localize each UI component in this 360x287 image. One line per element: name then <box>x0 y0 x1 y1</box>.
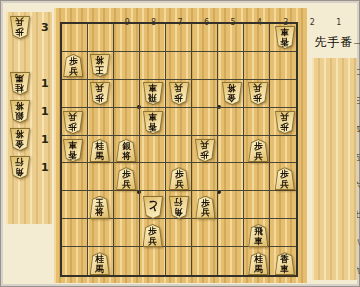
board-square[interactable] <box>218 247 244 275</box>
board-square[interactable] <box>140 136 166 164</box>
koma-kanji: 香車 <box>63 139 83 162</box>
koma-shape: 歩兵 <box>195 139 215 162</box>
board-square[interactable] <box>166 108 192 136</box>
board-square[interactable] <box>218 136 244 164</box>
koma-kanji: 歩兵 <box>195 139 215 162</box>
koma-kanji: 歩兵 <box>90 82 110 105</box>
board-square[interactable] <box>140 163 166 191</box>
koma-gote[interactable]: 歩兵 <box>63 111 83 134</box>
koma-kanji: 歩兵 <box>116 167 136 190</box>
koma-kanji: 歩兵 <box>63 54 83 77</box>
koma-kanji: 香車 <box>275 26 295 49</box>
koma-shape: 歩兵 <box>169 82 189 105</box>
koma-sente[interactable]: 飛車 <box>248 224 268 247</box>
board-square[interactable] <box>140 247 166 275</box>
koma-sente[interactable]: 歩兵 <box>116 167 136 190</box>
koma-shape: 歩兵 <box>195 196 215 219</box>
koma-shape: 飛車 <box>143 82 163 105</box>
board-square[interactable] <box>166 52 192 80</box>
board-square[interactable] <box>62 219 88 247</box>
board-square[interactable] <box>166 24 192 52</box>
koma-gote[interactable]: 飛車 <box>143 82 163 105</box>
koma-kanji: 歩兵 <box>10 16 30 39</box>
koma-kanji: 歩兵 <box>169 82 189 105</box>
koma-gote[interactable]: 歩兵 <box>195 139 215 162</box>
koma-sente[interactable]: 歩兵 <box>248 139 268 162</box>
koma-shape: 玉将 <box>90 196 110 219</box>
board-square[interactable] <box>192 80 218 108</box>
board-square[interactable] <box>114 219 140 247</box>
koma-kanji: 角行 <box>10 156 30 179</box>
koma-kanji: 歩兵 <box>248 139 268 162</box>
koma-shape: と <box>143 196 163 219</box>
board-square[interactable] <box>62 80 88 108</box>
koma-kanji: 歩兵 <box>248 82 268 105</box>
board-square[interactable] <box>270 52 296 80</box>
koma-kanji: と <box>143 196 163 219</box>
koma-shape: 銀将 <box>116 139 136 162</box>
koma-gote[interactable]: 銀将 <box>10 100 30 123</box>
koma-shape: 歩兵 <box>10 16 30 39</box>
board-square[interactable] <box>62 24 88 52</box>
koma-kanji: 王将 <box>90 54 110 77</box>
koma-shape: 歩兵 <box>90 82 110 105</box>
koma-kanji: 歩兵 <box>275 167 295 190</box>
board-square[interactable] <box>244 191 270 219</box>
board-square[interactable] <box>192 219 218 247</box>
koma-gote[interactable]: 香車 <box>143 111 163 134</box>
board-square[interactable] <box>218 108 244 136</box>
koma-shape: 金将 <box>222 82 242 105</box>
koma-shape: 歩兵 <box>275 111 295 134</box>
board-square[interactable] <box>192 24 218 52</box>
koma-gote[interactable]: 歩兵 <box>248 82 268 105</box>
koma-shape: 桂馬 <box>90 139 110 162</box>
board-square[interactable] <box>218 191 244 219</box>
board-square[interactable] <box>114 191 140 219</box>
koma-gote[interactable]: 歩兵 <box>90 82 110 105</box>
board-square[interactable] <box>88 163 114 191</box>
koma-sente[interactable]: 香車 <box>275 252 295 275</box>
koma-sente[interactable]: 歩兵 <box>275 167 295 190</box>
koma-kanji: 金将 <box>10 128 30 151</box>
board-square[interactable] <box>88 219 114 247</box>
koma-kanji: 香車 <box>143 111 163 134</box>
koma-gote[interactable]: 歩兵 <box>275 111 295 134</box>
koma-gote[interactable]: 桂馬 <box>10 72 30 95</box>
koma-shape: 桂馬 <box>248 252 268 275</box>
koma-shape: 歩兵 <box>63 54 83 77</box>
koma-sente[interactable]: 歩兵 <box>143 224 163 247</box>
board-square[interactable] <box>88 108 114 136</box>
sente-hand-tray <box>312 58 357 280</box>
koma-shape: 角行 <box>10 156 30 179</box>
koma-kanji: 歩兵 <box>195 196 215 219</box>
koma-sente[interactable]: 銀将 <box>116 139 136 162</box>
koma-shape: 香車 <box>143 111 163 134</box>
koma-gote[interactable]: 王将 <box>90 54 110 77</box>
koma-shape: 香車 <box>63 139 83 162</box>
turn-indicator: 先手番 <box>311 34 357 51</box>
shogi-app-window: 987654321 一二三四五六七八九 香車歩兵王将歩兵飛車歩兵金将歩兵歩兵香車… <box>0 0 360 287</box>
koma-kanji: 飛車 <box>143 82 163 105</box>
board-square[interactable] <box>270 219 296 247</box>
board-square[interactable] <box>114 24 140 52</box>
koma-gote[interactable]: 金将 <box>222 82 242 105</box>
koma-kanji: 角行 <box>169 196 189 219</box>
koma-shape: 歩兵 <box>275 167 295 190</box>
koma-gote-promoted[interactable]: と <box>143 196 163 219</box>
koma-kanji: 玉将 <box>90 196 110 219</box>
file-label: 2 <box>299 17 325 29</box>
koma-sente[interactable]: 桂馬 <box>248 252 268 275</box>
board-square[interactable] <box>88 24 114 52</box>
board-square[interactable] <box>62 247 88 275</box>
koma-shape: 歩兵 <box>169 167 189 190</box>
board-square[interactable] <box>218 219 244 247</box>
board-square[interactable] <box>166 247 192 275</box>
koma-kanji: 桂馬 <box>90 252 110 275</box>
koma-shape: 歩兵 <box>116 167 136 190</box>
board-square[interactable] <box>270 136 296 164</box>
board-square[interactable] <box>140 24 166 52</box>
board-square[interactable] <box>244 24 270 52</box>
koma-kanji: 香車 <box>275 252 295 275</box>
koma-kanji: 桂馬 <box>10 72 30 95</box>
koma-sente[interactable]: 玉将 <box>90 196 110 219</box>
koma-kanji: 金将 <box>222 82 242 105</box>
board-square[interactable] <box>218 24 244 52</box>
file-label: 1 <box>326 17 352 29</box>
board-square[interactable] <box>218 163 244 191</box>
koma-shape: 金将 <box>10 128 30 151</box>
koma-shape: 桂馬 <box>90 252 110 275</box>
koma-kanji: 歩兵 <box>143 224 163 247</box>
koma-kanji: 銀将 <box>116 139 136 162</box>
board-square[interactable] <box>166 219 192 247</box>
board-square[interactable] <box>192 52 218 80</box>
koma-sente[interactable]: 桂馬 <box>90 252 110 275</box>
board-square[interactable] <box>244 163 270 191</box>
koma-sente[interactable]: 桂馬 <box>90 139 110 162</box>
koma-shape: 角行 <box>169 196 189 219</box>
board-square[interactable] <box>62 163 88 191</box>
koma-shape: 飛車 <box>248 224 268 247</box>
koma-gote[interactable]: 歩兵 <box>10 16 30 39</box>
board-square[interactable] <box>192 108 218 136</box>
koma-shape: 歩兵 <box>248 139 268 162</box>
board-square[interactable] <box>62 191 88 219</box>
koma-gote[interactable]: 香車 <box>63 139 83 162</box>
board-square[interactable] <box>140 52 166 80</box>
koma-kanji: 歩兵 <box>169 167 189 190</box>
board-square[interactable] <box>114 80 140 108</box>
koma-gote[interactable]: 歩兵 <box>169 82 189 105</box>
koma-shape: 歩兵 <box>143 224 163 247</box>
board-square[interactable] <box>270 191 296 219</box>
board-square[interactable] <box>114 247 140 275</box>
koma-shape: 王将 <box>90 54 110 77</box>
koma-shape: 香車 <box>275 252 295 275</box>
koma-kanji: 歩兵 <box>63 111 83 134</box>
koma-gote[interactable]: 金将 <box>10 128 30 151</box>
koma-shape: 桂馬 <box>10 72 30 95</box>
koma-kanji: 銀将 <box>10 100 30 123</box>
board-square[interactable] <box>114 108 140 136</box>
koma-sente[interactable]: 歩兵 <box>195 196 215 219</box>
koma-sente[interactable]: 歩兵 <box>169 167 189 190</box>
board-square[interactable] <box>166 136 192 164</box>
board-square[interactable] <box>114 52 140 80</box>
board-square[interactable] <box>218 52 244 80</box>
board-square[interactable] <box>192 247 218 275</box>
koma-shape: 銀将 <box>10 100 30 123</box>
koma-shape: 歩兵 <box>63 111 83 134</box>
koma-shape: 香車 <box>275 26 295 49</box>
koma-kanji: 桂馬 <box>248 252 268 275</box>
board-square[interactable] <box>244 52 270 80</box>
koma-gote[interactable]: 香車 <box>275 26 295 49</box>
koma-gote[interactable]: 角行 <box>10 156 30 179</box>
koma-kanji: 桂馬 <box>90 139 110 162</box>
koma-shape: 歩兵 <box>248 82 268 105</box>
koma-kanji: 飛車 <box>248 224 268 247</box>
board-square[interactable] <box>244 108 270 136</box>
koma-sente[interactable]: 歩兵 <box>63 54 83 77</box>
koma-kanji: 歩兵 <box>275 111 295 134</box>
board-square[interactable] <box>192 163 218 191</box>
koma-gote[interactable]: 角行 <box>169 196 189 219</box>
board-square[interactable] <box>270 80 296 108</box>
